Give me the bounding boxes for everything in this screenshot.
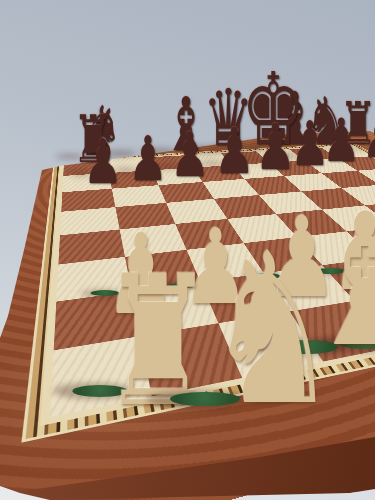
pieces-layer: ♜♞♝♛♚♝♞♜♟♟♟♟♟♟♟♟♟♟♟♟♜♞♝♛ [0,0,375,500]
chess-set-photo: ♜♞♝♛♚♝♞♜♟♟♟♟♟♟♟♟♟♟♟♟♜♞♝♛ [0,0,375,500]
